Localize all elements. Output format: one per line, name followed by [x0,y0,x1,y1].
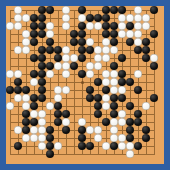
intersection-13-10[interactable] [102,78,110,86]
intersection-18-3[interactable] [142,22,150,30]
intersection-14-1[interactable] [110,6,118,14]
intersection-13-1[interactable] [102,6,110,14]
intersection-2-14[interactable] [14,110,22,118]
intersection-17-4[interactable] [134,30,142,38]
intersection-16-7[interactable] [126,54,134,62]
intersection-13-7[interactable] [102,54,110,62]
intersection-17-12[interactable] [134,94,142,102]
intersection-17-10[interactable] [134,78,142,86]
intersection-4-18[interactable] [30,142,38,150]
intersection-3-18[interactable] [22,142,30,150]
intersection-14-6[interactable] [110,46,118,54]
intersection-1-3[interactable] [6,22,14,30]
intersection-4-3[interactable] [30,22,38,30]
intersection-7-9[interactable] [54,70,62,78]
intersection-11-7[interactable] [86,54,94,62]
intersection-14-16[interactable] [110,126,118,134]
intersection-19-10[interactable] [150,78,158,86]
intersection-5-10[interactable] [38,78,46,86]
intersection-14-8[interactable] [110,62,118,70]
intersection-1-6[interactable] [6,46,14,54]
intersection-17-13[interactable] [134,102,142,110]
intersection-4-16[interactable] [30,126,38,134]
intersection-11-15[interactable] [86,118,94,126]
intersection-15-9[interactable] [118,70,126,78]
intersection-18-19[interactable] [142,150,150,158]
intersection-19-4[interactable] [150,30,158,38]
intersection-13-2[interactable] [102,14,110,22]
intersection-19-2[interactable] [150,14,158,22]
intersection-9-1[interactable] [70,6,78,14]
intersection-19-15[interactable] [150,118,158,126]
intersection-19-6[interactable] [150,46,158,54]
intersection-17-14[interactable] [134,110,142,118]
intersection-14-3[interactable] [110,22,118,30]
intersection-7-17[interactable] [54,134,62,142]
intersection-6-13[interactable] [46,102,54,110]
intersection-16-8[interactable] [126,62,134,70]
intersection-12-3[interactable] [94,22,102,30]
intersection-8-15[interactable] [62,118,70,126]
intersection-13-6[interactable] [102,46,110,54]
intersection-5-6[interactable] [38,46,46,54]
intersection-10-18[interactable] [78,142,86,150]
intersection-17-9[interactable] [134,70,142,78]
intersection-2-4[interactable] [14,30,22,38]
intersection-9-17[interactable] [70,134,78,142]
intersection-12-7[interactable] [94,54,102,62]
intersection-12-4[interactable] [94,30,102,38]
intersection-14-17[interactable] [110,134,118,142]
intersection-6-16[interactable] [46,126,54,134]
intersection-18-2[interactable] [142,14,150,22]
intersection-6-5[interactable] [46,38,54,46]
intersection-2-13[interactable] [14,102,22,110]
intersection-8-18[interactable] [62,142,70,150]
intersection-10-14[interactable] [78,110,86,118]
intersection-12-15[interactable] [94,118,102,126]
intersection-9-14[interactable] [70,110,78,118]
intersection-10-16[interactable] [78,126,86,134]
intersection-5-13[interactable] [38,102,46,110]
intersection-13-4[interactable] [102,30,110,38]
intersection-2-8[interactable] [14,62,22,70]
intersection-19-12[interactable] [150,94,158,102]
intersection-1-14[interactable] [6,110,14,118]
intersection-14-4[interactable] [110,30,118,38]
intersection-12-11[interactable] [94,86,102,94]
intersection-8-5[interactable] [62,38,70,46]
intersection-3-10[interactable] [22,78,30,86]
intersection-4-9[interactable] [30,70,38,78]
intersection-14-9[interactable] [110,70,118,78]
intersection-13-19[interactable] [102,150,110,158]
intersection-19-19[interactable] [150,150,158,158]
intersection-10-7[interactable] [78,54,86,62]
intersection-2-9[interactable] [14,70,22,78]
intersection-6-3[interactable] [46,22,54,30]
intersection-2-15[interactable] [14,118,22,126]
intersection-16-15[interactable] [126,118,134,126]
intersection-6-18[interactable] [46,142,54,150]
intersection-15-15[interactable] [118,118,126,126]
intersection-5-7[interactable] [38,54,46,62]
intersection-4-4[interactable] [30,30,38,38]
intersection-15-18[interactable] [118,142,126,150]
intersection-3-12[interactable] [22,94,30,102]
intersection-15-14[interactable] [118,110,126,118]
intersection-4-17[interactable] [30,134,38,142]
intersection-2-19[interactable] [14,150,22,158]
intersection-1-1[interactable] [6,6,14,14]
intersection-1-15[interactable] [6,118,14,126]
intersection-12-19[interactable] [94,150,102,158]
intersection-13-11[interactable] [102,86,110,94]
intersection-18-14[interactable] [142,110,150,118]
intersection-2-12[interactable] [14,94,22,102]
intersection-8-1[interactable] [62,6,70,14]
intersection-14-11[interactable] [110,86,118,94]
intersection-16-11[interactable] [126,86,134,94]
intersection-6-11[interactable] [46,86,54,94]
intersection-4-12[interactable] [30,94,38,102]
intersection-14-18[interactable] [110,142,118,150]
intersection-12-13[interactable] [94,102,102,110]
intersection-18-13[interactable] [142,102,150,110]
intersection-18-17[interactable] [142,134,150,142]
intersection-7-11[interactable] [54,86,62,94]
intersection-11-12[interactable] [86,94,94,102]
intersection-3-11[interactable] [22,86,30,94]
intersection-16-14[interactable] [126,110,134,118]
intersection-5-2[interactable] [38,14,46,22]
intersection-15-5[interactable] [118,38,126,46]
intersection-5-3[interactable] [38,22,46,30]
intersection-18-9[interactable] [142,70,150,78]
intersection-15-2[interactable] [118,14,126,22]
intersection-17-3[interactable] [134,22,142,30]
intersection-9-6[interactable] [70,46,78,54]
intersection-17-11[interactable] [134,86,142,94]
intersection-15-11[interactable] [118,86,126,94]
intersection-10-12[interactable] [78,94,86,102]
intersection-16-19[interactable] [126,150,134,158]
intersection-7-2[interactable] [54,14,62,22]
intersection-1-8[interactable] [6,62,14,70]
intersection-1-13[interactable] [6,102,14,110]
intersection-14-14[interactable] [110,110,118,118]
intersection-10-4[interactable] [78,30,86,38]
intersection-3-5[interactable] [22,38,30,46]
intersection-15-16[interactable] [118,126,126,134]
intersection-2-16[interactable] [14,126,22,134]
intersection-3-7[interactable] [22,54,30,62]
intersection-3-17[interactable] [22,134,30,142]
intersection-9-12[interactable] [70,94,78,102]
intersection-3-14[interactable] [22,110,30,118]
intersection-3-1[interactable] [22,6,30,14]
intersection-11-2[interactable] [86,14,94,22]
intersection-15-8[interactable] [118,62,126,70]
intersection-12-14[interactable] [94,110,102,118]
intersection-19-14[interactable] [150,110,158,118]
intersection-14-12[interactable] [110,94,118,102]
intersection-9-2[interactable] [70,14,78,22]
intersection-6-12[interactable] [46,94,54,102]
intersection-4-7[interactable] [30,54,38,62]
intersection-8-14[interactable] [62,110,70,118]
intersection-9-15[interactable] [70,118,78,126]
intersection-6-1[interactable] [46,6,54,14]
intersection-8-12[interactable] [62,94,70,102]
intersection-9-13[interactable] [70,102,78,110]
intersection-5-16[interactable] [38,126,46,134]
intersection-13-14[interactable] [102,110,110,118]
intersection-7-10[interactable] [54,78,62,86]
intersection-7-19[interactable] [54,150,62,158]
intersection-5-8[interactable] [38,62,46,70]
intersection-9-5[interactable] [70,38,78,46]
intersection-16-1[interactable] [126,6,134,14]
intersection-12-18[interactable] [94,142,102,150]
intersection-11-10[interactable] [86,78,94,86]
intersection-6-17[interactable] [46,134,54,142]
intersection-1-9[interactable] [6,70,14,78]
intersection-13-17[interactable] [102,134,110,142]
intersection-13-8[interactable] [102,62,110,70]
intersection-17-6[interactable] [134,46,142,54]
intersection-2-6[interactable] [14,46,22,54]
intersection-18-16[interactable] [142,126,150,134]
intersection-12-17[interactable] [94,134,102,142]
intersection-7-4[interactable] [54,30,62,38]
intersection-1-7[interactable] [6,54,14,62]
intersection-12-12[interactable] [94,94,102,102]
intersection-6-2[interactable] [46,14,54,22]
intersection-5-14[interactable] [38,110,46,118]
intersection-11-5[interactable] [86,38,94,46]
intersection-1-11[interactable] [6,86,14,94]
intersection-17-1[interactable] [134,6,142,14]
intersection-19-3[interactable] [150,22,158,30]
intersection-17-15[interactable] [134,118,142,126]
intersection-9-7[interactable] [70,54,78,62]
intersection-9-8[interactable] [70,62,78,70]
intersection-14-13[interactable] [110,102,118,110]
intersection-11-13[interactable] [86,102,94,110]
intersection-16-12[interactable] [126,94,134,102]
intersection-9-19[interactable] [70,150,78,158]
intersection-7-13[interactable] [54,102,62,110]
intersection-11-18[interactable] [86,142,94,150]
intersection-3-15[interactable] [22,118,30,126]
intersection-4-2[interactable] [30,14,38,22]
intersection-5-5[interactable] [38,38,46,46]
intersection-11-4[interactable] [86,30,94,38]
intersection-18-15[interactable] [142,118,150,126]
intersection-9-11[interactable] [70,86,78,94]
intersection-13-9[interactable] [102,70,110,78]
intersection-1-2[interactable] [6,14,14,22]
intersection-14-10[interactable] [110,78,118,86]
intersection-8-7[interactable] [62,54,70,62]
intersection-19-17[interactable] [150,134,158,142]
intersection-8-13[interactable] [62,102,70,110]
intersection-2-17[interactable] [14,134,22,142]
intersection-10-13[interactable] [78,102,86,110]
intersection-3-4[interactable] [22,30,30,38]
intersection-16-4[interactable] [126,30,134,38]
intersection-3-9[interactable] [22,70,30,78]
intersection-15-19[interactable] [118,150,126,158]
intersection-13-5[interactable] [102,38,110,46]
intersection-19-8[interactable] [150,62,158,70]
intersection-7-3[interactable] [54,22,62,30]
intersection-3-16[interactable] [22,126,30,134]
intersection-11-3[interactable] [86,22,94,30]
intersection-1-4[interactable] [6,30,14,38]
intersection-6-4[interactable] [46,30,54,38]
intersection-2-10[interactable] [14,78,22,86]
intersection-12-1[interactable] [94,6,102,14]
intersection-1-5[interactable] [6,38,14,46]
intersection-16-18[interactable] [126,142,134,150]
intersection-14-2[interactable] [110,14,118,22]
intersection-14-5[interactable] [110,38,118,46]
intersection-14-15[interactable] [110,118,118,126]
intersection-9-18[interactable] [70,142,78,150]
intersection-16-9[interactable] [126,70,134,78]
intersection-16-5[interactable] [126,38,134,46]
intersection-6-6[interactable] [46,46,54,54]
intersection-12-16[interactable] [94,126,102,134]
intersection-9-16[interactable] [70,126,78,134]
intersection-19-13[interactable] [150,102,158,110]
intersection-1-19[interactable] [6,150,14,158]
intersection-3-8[interactable] [22,62,30,70]
intersection-16-3[interactable] [126,22,134,30]
intersection-6-14[interactable] [46,110,54,118]
intersection-3-3[interactable] [22,22,30,30]
intersection-6-15[interactable] [46,118,54,126]
intersection-13-16[interactable] [102,126,110,134]
intersection-6-8[interactable] [46,62,54,70]
intersection-8-2[interactable] [62,14,70,22]
intersection-4-10[interactable] [30,78,38,86]
intersection-6-10[interactable] [46,78,54,86]
intersection-3-13[interactable] [22,102,30,110]
intersection-8-19[interactable] [62,150,70,158]
intersection-8-16[interactable] [62,126,70,134]
intersection-7-18[interactable] [54,142,62,150]
intersection-17-2[interactable] [134,14,142,22]
intersection-19-18[interactable] [150,142,158,150]
intersection-5-11[interactable] [38,86,46,94]
intersection-13-12[interactable] [102,94,110,102]
intersection-19-11[interactable] [150,86,158,94]
intersection-15-17[interactable] [118,134,126,142]
intersection-18-1[interactable] [142,6,150,14]
intersection-15-4[interactable] [118,30,126,38]
intersection-7-12[interactable] [54,94,62,102]
intersection-7-15[interactable] [54,118,62,126]
intersection-8-11[interactable] [62,86,70,94]
intersection-6-19[interactable] [46,150,54,158]
intersection-12-2[interactable] [94,14,102,22]
intersection-8-9[interactable] [62,70,70,78]
intersection-18-10[interactable] [142,78,150,86]
intersection-18-6[interactable] [142,46,150,54]
intersection-12-8[interactable] [94,62,102,70]
intersection-14-19[interactable] [110,150,118,158]
intersection-10-8[interactable] [78,62,86,70]
intersection-13-15[interactable] [102,118,110,126]
intersection-4-1[interactable] [30,6,38,14]
intersection-10-17[interactable] [78,134,86,142]
intersection-3-2[interactable] [22,14,30,22]
intersection-1-18[interactable] [6,142,14,150]
go-board[interactable] [6,6,164,164]
intersection-19-9[interactable] [150,70,158,78]
intersection-18-7[interactable] [142,54,150,62]
intersection-19-7[interactable] [150,54,158,62]
intersection-9-4[interactable] [70,30,78,38]
intersection-8-4[interactable] [62,30,70,38]
intersection-2-18[interactable] [14,142,22,150]
intersection-10-11[interactable] [78,86,86,94]
intersection-2-5[interactable] [14,38,22,46]
intersection-17-16[interactable] [134,126,142,134]
intersection-1-12[interactable] [6,94,14,102]
intersection-7-14[interactable] [54,110,62,118]
intersection-4-11[interactable] [30,86,38,94]
intersection-5-19[interactable] [38,150,46,158]
intersection-13-13[interactable] [102,102,110,110]
intersection-12-6[interactable] [94,46,102,54]
intersection-10-2[interactable] [78,14,86,22]
intersection-18-11[interactable] [142,86,150,94]
intersection-11-16[interactable] [86,126,94,134]
intersection-4-5[interactable] [30,38,38,46]
intersection-4-14[interactable] [30,110,38,118]
intersection-17-5[interactable] [134,38,142,46]
intersection-11-14[interactable] [86,110,94,118]
intersection-8-10[interactable] [62,78,70,86]
intersection-16-10[interactable] [126,78,134,86]
intersection-10-1[interactable] [78,6,86,14]
intersection-2-2[interactable] [14,14,22,22]
intersection-17-17[interactable] [134,134,142,142]
intersection-7-8[interactable] [54,62,62,70]
intersection-15-6[interactable] [118,46,126,54]
intersection-18-12[interactable] [142,94,150,102]
intersection-15-7[interactable] [118,54,126,62]
intersection-4-8[interactable] [30,62,38,70]
intersection-10-19[interactable] [78,150,86,158]
intersection-1-16[interactable] [6,126,14,134]
intersection-11-6[interactable] [86,46,94,54]
intersection-5-17[interactable] [38,134,46,142]
intersection-11-19[interactable] [86,150,94,158]
intersection-17-19[interactable] [134,150,142,158]
intersection-5-1[interactable] [38,6,46,14]
intersection-7-6[interactable] [54,46,62,54]
intersection-17-8[interactable] [134,62,142,70]
intersection-5-12[interactable] [38,94,46,102]
intersection-3-6[interactable] [22,46,30,54]
intersection-15-3[interactable] [118,22,126,30]
intersection-19-1[interactable] [150,6,158,14]
